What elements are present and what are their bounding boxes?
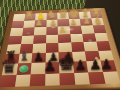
square-d1[interactable]: ♛ xyxy=(57,12,68,19)
black-bishop[interactable]: ♝ xyxy=(18,50,30,64)
green-bottlecap-piece[interactable] xyxy=(19,65,29,72)
white-pawn[interactable]: ♟ xyxy=(58,25,67,35)
square-g4[interactable] xyxy=(21,35,34,44)
square-a3[interactable] xyxy=(92,25,106,33)
chess-board: ♜♟♞♛♚♝♜♟♟♟♟♞♟♜♝♟♟♟♟♛♟♚♟♟♟ xyxy=(0,8,120,90)
board-grid: ♜♟♞♛♚♝♜♟♟♟♟♞♟♜♝♟♟♟♟♛♟♚♟♟♟ xyxy=(0,11,120,87)
white-pawn[interactable]: ♟ xyxy=(35,19,43,27)
square-g1[interactable]: ♜ xyxy=(24,13,36,20)
square-e2[interactable]: ♟ xyxy=(46,19,58,27)
square-c7[interactable]: ♟ xyxy=(73,61,88,72)
square-e4[interactable] xyxy=(46,34,59,43)
square-h4[interactable] xyxy=(8,36,22,45)
white-knight[interactable]: ♞ xyxy=(94,15,103,25)
chessboard-photo: ♜♟♞♛♚♝♜♟♟♟♟♞♟♜♝♟♟♟♟♛♟♚♟♟♟ xyxy=(0,0,120,90)
square-g8[interactable] xyxy=(14,74,30,87)
black-pawn[interactable]: ♟ xyxy=(100,57,113,71)
square-h7[interactable]: ♛ xyxy=(2,64,18,76)
black-pawn[interactable]: ♟ xyxy=(74,58,87,72)
square-a7[interactable]: ♟ xyxy=(100,60,117,71)
square-b8[interactable] xyxy=(88,72,105,85)
white-rook[interactable]: ♜ xyxy=(25,10,34,20)
white-pawn[interactable]: ♟ xyxy=(70,18,78,26)
black-king[interactable]: ♚ xyxy=(57,52,76,73)
square-a2[interactable]: ♞ xyxy=(91,18,104,26)
square-d7[interactable]: ♚ xyxy=(59,62,74,73)
square-d8[interactable] xyxy=(59,73,75,86)
black-queen[interactable]: ♛ xyxy=(0,56,17,75)
black-pawn[interactable]: ♟ xyxy=(43,58,57,73)
square-a5[interactable] xyxy=(96,41,111,51)
square-a8[interactable] xyxy=(102,71,120,84)
square-f4[interactable] xyxy=(33,35,46,44)
square-g6[interactable]: ♝ xyxy=(18,53,33,64)
square-h8[interactable] xyxy=(0,75,16,88)
white-pawn[interactable]: ♟ xyxy=(83,17,91,25)
square-f8[interactable] xyxy=(30,74,45,87)
square-g7[interactable] xyxy=(16,63,31,75)
square-e8[interactable] xyxy=(45,73,60,86)
white-pawn[interactable]: ♟ xyxy=(49,18,57,26)
white-queen[interactable]: ♛ xyxy=(57,7,68,19)
